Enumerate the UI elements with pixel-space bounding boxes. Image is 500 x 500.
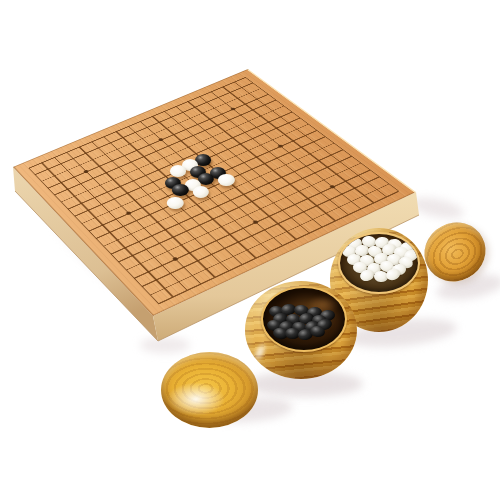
grid-line <box>74 118 300 217</box>
white-bowl-stone <box>359 269 375 282</box>
black-stone-bowl <box>245 281 357 379</box>
grid-line <box>175 106 322 227</box>
grid-line <box>79 146 215 277</box>
grid-line <box>164 111 310 233</box>
go-set-product-photo <box>0 0 500 500</box>
bowl-specular-highlight <box>250 339 270 364</box>
white-bowl-opening <box>338 232 420 294</box>
grid-line <box>187 101 335 221</box>
grid-line <box>152 116 296 239</box>
grid-line <box>81 124 308 224</box>
bowl-lid-front <box>161 352 258 428</box>
grid-line <box>91 141 229 270</box>
grid-line <box>103 136 242 264</box>
black-bowl-opening <box>261 286 347 352</box>
